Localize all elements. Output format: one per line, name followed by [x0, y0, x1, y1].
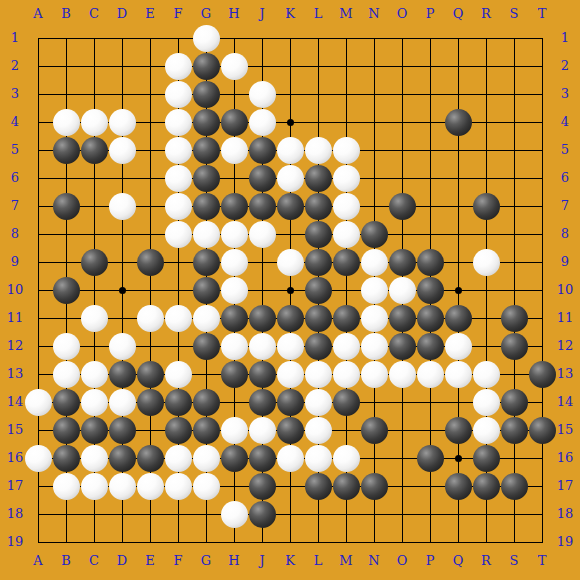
- black-stone: [529, 417, 556, 444]
- row-label-right: 6: [553, 171, 577, 185]
- grid-line-vertical: [514, 38, 515, 543]
- black-stone: [249, 193, 276, 220]
- black-stone: [193, 53, 220, 80]
- white-stone: [109, 109, 136, 136]
- black-stone: [333, 473, 360, 500]
- column-label-top: J: [250, 7, 274, 21]
- column-label-bottom: P: [418, 554, 442, 568]
- white-stone: [165, 109, 192, 136]
- white-stone: [165, 137, 192, 164]
- column-label-top: D: [110, 7, 134, 21]
- white-stone: [221, 333, 248, 360]
- column-label-top: N: [362, 7, 386, 21]
- white-stone: [361, 361, 388, 388]
- white-stone: [445, 333, 472, 360]
- black-stone: [193, 249, 220, 276]
- black-stone: [249, 389, 276, 416]
- black-stone: [193, 389, 220, 416]
- white-stone: [361, 249, 388, 276]
- white-stone: [165, 81, 192, 108]
- black-stone: [389, 193, 416, 220]
- column-label-top: P: [418, 7, 442, 21]
- white-stone: [361, 277, 388, 304]
- row-label-right: 12: [553, 339, 577, 353]
- column-label-bottom: O: [390, 554, 414, 568]
- black-stone: [361, 473, 388, 500]
- black-stone: [53, 389, 80, 416]
- white-stone: [25, 445, 52, 472]
- star-point: [287, 119, 294, 126]
- column-label-top: M: [334, 7, 358, 21]
- white-stone: [473, 249, 500, 276]
- column-label-bottom: T: [530, 554, 554, 568]
- column-label-top: Q: [446, 7, 470, 21]
- row-label-left: 15: [3, 423, 27, 437]
- column-label-bottom: B: [54, 554, 78, 568]
- white-stone: [333, 193, 360, 220]
- row-label-right: 4: [553, 115, 577, 129]
- black-stone: [81, 249, 108, 276]
- white-stone: [81, 109, 108, 136]
- black-stone: [333, 389, 360, 416]
- black-stone: [53, 417, 80, 444]
- white-stone: [81, 473, 108, 500]
- row-label-left: 19: [3, 535, 27, 549]
- column-label-top: S: [502, 7, 526, 21]
- row-label-right: 1: [553, 31, 577, 45]
- white-stone: [25, 389, 52, 416]
- white-stone: [193, 473, 220, 500]
- black-stone: [193, 109, 220, 136]
- black-stone: [277, 305, 304, 332]
- row-label-right: 7: [553, 199, 577, 213]
- black-stone: [221, 445, 248, 472]
- white-stone: [165, 193, 192, 220]
- row-label-left: 14: [3, 395, 27, 409]
- white-stone: [109, 137, 136, 164]
- black-stone: [249, 305, 276, 332]
- black-stone: [417, 445, 444, 472]
- row-label-right: 3: [553, 87, 577, 101]
- black-stone: [53, 445, 80, 472]
- black-stone: [165, 417, 192, 444]
- white-stone: [473, 389, 500, 416]
- row-label-right: 18: [553, 507, 577, 521]
- grid-line-horizontal: [38, 542, 543, 543]
- black-stone: [277, 417, 304, 444]
- row-label-left: 8: [3, 227, 27, 241]
- white-stone: [137, 305, 164, 332]
- row-label-left: 17: [3, 479, 27, 493]
- black-stone: [193, 417, 220, 444]
- column-label-bottom: R: [474, 554, 498, 568]
- column-label-bottom: Q: [446, 554, 470, 568]
- row-label-right: 17: [553, 479, 577, 493]
- row-label-right: 8: [553, 227, 577, 241]
- black-stone: [165, 389, 192, 416]
- white-stone: [305, 389, 332, 416]
- column-label-top: R: [474, 7, 498, 21]
- black-stone: [305, 249, 332, 276]
- white-stone: [277, 361, 304, 388]
- white-stone: [137, 473, 164, 500]
- black-stone: [529, 361, 556, 388]
- black-stone: [389, 305, 416, 332]
- black-stone: [445, 305, 472, 332]
- row-label-right: 16: [553, 451, 577, 465]
- white-stone: [53, 333, 80, 360]
- column-label-bottom: M: [334, 554, 358, 568]
- column-label-top: E: [138, 7, 162, 21]
- white-stone: [53, 361, 80, 388]
- white-stone: [221, 249, 248, 276]
- white-stone: [277, 137, 304, 164]
- black-stone: [501, 305, 528, 332]
- column-label-bottom: N: [362, 554, 386, 568]
- white-stone: [165, 165, 192, 192]
- column-label-bottom: L: [306, 554, 330, 568]
- black-stone: [221, 305, 248, 332]
- row-label-left: 2: [3, 59, 27, 73]
- row-label-left: 18: [3, 507, 27, 521]
- black-stone: [501, 473, 528, 500]
- white-stone: [305, 417, 332, 444]
- white-stone: [221, 53, 248, 80]
- black-stone: [473, 193, 500, 220]
- column-label-bottom: S: [502, 554, 526, 568]
- row-label-right: 5: [553, 143, 577, 157]
- white-stone: [333, 445, 360, 472]
- black-stone: [221, 109, 248, 136]
- white-stone: [277, 445, 304, 472]
- black-stone: [109, 417, 136, 444]
- row-label-left: 5: [3, 143, 27, 157]
- black-stone: [53, 137, 80, 164]
- black-stone: [193, 81, 220, 108]
- black-stone: [389, 333, 416, 360]
- black-stone: [249, 165, 276, 192]
- black-stone: [473, 445, 500, 472]
- black-stone: [361, 221, 388, 248]
- white-stone: [109, 389, 136, 416]
- column-label-top: F: [166, 7, 190, 21]
- white-stone: [305, 137, 332, 164]
- row-label-right: 11: [553, 311, 577, 325]
- black-stone: [137, 445, 164, 472]
- white-stone: [109, 473, 136, 500]
- white-stone: [221, 277, 248, 304]
- column-label-bottom: H: [222, 554, 246, 568]
- white-stone: [193, 221, 220, 248]
- black-stone: [417, 305, 444, 332]
- black-stone: [305, 333, 332, 360]
- white-stone: [277, 165, 304, 192]
- black-stone: [305, 221, 332, 248]
- black-stone: [305, 193, 332, 220]
- white-stone: [221, 417, 248, 444]
- white-stone: [53, 473, 80, 500]
- white-stone: [473, 417, 500, 444]
- white-stone: [193, 25, 220, 52]
- white-stone: [305, 445, 332, 472]
- white-stone: [333, 361, 360, 388]
- white-stone: [165, 473, 192, 500]
- black-stone: [333, 249, 360, 276]
- column-label-bottom: D: [110, 554, 134, 568]
- white-stone: [165, 221, 192, 248]
- black-stone: [193, 333, 220, 360]
- row-label-left: 1: [3, 31, 27, 45]
- black-stone: [417, 249, 444, 276]
- white-stone: [305, 361, 332, 388]
- black-stone: [109, 361, 136, 388]
- white-stone: [249, 333, 276, 360]
- white-stone: [361, 305, 388, 332]
- row-label-right: 13: [553, 367, 577, 381]
- white-stone: [249, 81, 276, 108]
- black-stone: [137, 361, 164, 388]
- black-stone: [305, 277, 332, 304]
- black-stone: [249, 361, 276, 388]
- column-label-top: O: [390, 7, 414, 21]
- row-label-left: 7: [3, 199, 27, 213]
- black-stone: [193, 193, 220, 220]
- white-stone: [109, 333, 136, 360]
- white-stone: [333, 137, 360, 164]
- black-stone: [277, 389, 304, 416]
- white-stone: [389, 277, 416, 304]
- column-label-top: B: [54, 7, 78, 21]
- black-stone: [501, 417, 528, 444]
- white-stone: [165, 305, 192, 332]
- white-stone: [249, 417, 276, 444]
- black-stone: [361, 417, 388, 444]
- row-label-right: 9: [553, 255, 577, 269]
- black-stone: [221, 193, 248, 220]
- black-stone: [53, 193, 80, 220]
- white-stone: [53, 109, 80, 136]
- black-stone: [249, 445, 276, 472]
- star-point: [119, 287, 126, 294]
- column-label-bottom: J: [250, 554, 274, 568]
- white-stone: [81, 445, 108, 472]
- row-label-left: 13: [3, 367, 27, 381]
- black-stone: [417, 333, 444, 360]
- column-label-top: K: [278, 7, 302, 21]
- column-label-bottom: K: [278, 554, 302, 568]
- white-stone: [249, 109, 276, 136]
- row-label-left: 16: [3, 451, 27, 465]
- black-stone: [445, 473, 472, 500]
- white-stone: [389, 361, 416, 388]
- white-stone: [221, 501, 248, 528]
- row-label-left: 12: [3, 339, 27, 353]
- white-stone: [81, 305, 108, 332]
- row-label-left: 9: [3, 255, 27, 269]
- black-stone: [81, 417, 108, 444]
- white-stone: [193, 445, 220, 472]
- column-label-top: A: [26, 7, 50, 21]
- white-stone: [193, 305, 220, 332]
- white-stone: [277, 249, 304, 276]
- black-stone: [501, 389, 528, 416]
- column-label-top: L: [306, 7, 330, 21]
- black-stone: [501, 333, 528, 360]
- row-label-right: 14: [553, 395, 577, 409]
- row-label-left: 4: [3, 115, 27, 129]
- column-label-top: H: [222, 7, 246, 21]
- star-point: [455, 287, 462, 294]
- row-label-right: 10: [553, 283, 577, 297]
- white-stone: [473, 361, 500, 388]
- white-stone: [81, 389, 108, 416]
- white-stone: [165, 445, 192, 472]
- white-stone: [361, 333, 388, 360]
- black-stone: [417, 277, 444, 304]
- black-stone: [277, 193, 304, 220]
- white-stone: [333, 333, 360, 360]
- white-stone: [165, 361, 192, 388]
- white-stone: [109, 193, 136, 220]
- black-stone: [81, 137, 108, 164]
- row-label-left: 6: [3, 171, 27, 185]
- star-point: [455, 455, 462, 462]
- white-stone: [417, 361, 444, 388]
- column-label-bottom: F: [166, 554, 190, 568]
- column-label-bottom: E: [138, 554, 162, 568]
- row-label-right: 2: [553, 59, 577, 73]
- grid-line-horizontal: [38, 514, 543, 515]
- white-stone: [221, 137, 248, 164]
- column-label-bottom: A: [26, 554, 50, 568]
- black-stone: [445, 109, 472, 136]
- black-stone: [389, 249, 416, 276]
- white-stone: [445, 361, 472, 388]
- column-label-bottom: G: [194, 554, 218, 568]
- white-stone: [277, 333, 304, 360]
- black-stone: [193, 137, 220, 164]
- black-stone: [137, 389, 164, 416]
- column-label-top: C: [82, 7, 106, 21]
- row-label-right: 19: [553, 535, 577, 549]
- white-stone: [333, 221, 360, 248]
- column-label-bottom: C: [82, 554, 106, 568]
- row-label-left: 11: [3, 311, 27, 325]
- white-stone: [81, 361, 108, 388]
- star-point: [287, 287, 294, 294]
- black-stone: [249, 501, 276, 528]
- black-stone: [137, 249, 164, 276]
- black-stone: [193, 277, 220, 304]
- black-stone: [193, 165, 220, 192]
- go-board[interactable]: AABBCCDDEEFFGGHHJJKKLLMMNNOOPPQQRRSSTT11…: [0, 0, 580, 580]
- white-stone: [249, 221, 276, 248]
- black-stone: [109, 445, 136, 472]
- row-label-left: 10: [3, 283, 27, 297]
- black-stone: [305, 165, 332, 192]
- column-label-top: T: [530, 7, 554, 21]
- column-label-top: G: [194, 7, 218, 21]
- grid-line-vertical: [542, 38, 543, 543]
- black-stone: [305, 305, 332, 332]
- black-stone: [53, 277, 80, 304]
- black-stone: [249, 137, 276, 164]
- row-label-left: 3: [3, 87, 27, 101]
- white-stone: [333, 165, 360, 192]
- white-stone: [221, 221, 248, 248]
- black-stone: [221, 361, 248, 388]
- black-stone: [333, 305, 360, 332]
- black-stone: [305, 473, 332, 500]
- row-label-right: 15: [553, 423, 577, 437]
- black-stone: [249, 473, 276, 500]
- white-stone: [165, 53, 192, 80]
- black-stone: [445, 417, 472, 444]
- black-stone: [473, 473, 500, 500]
